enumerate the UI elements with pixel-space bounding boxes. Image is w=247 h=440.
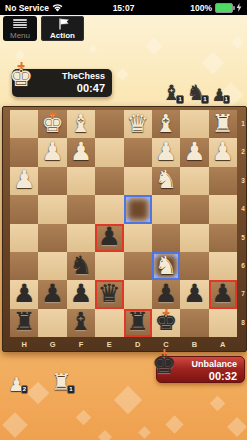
square-a2[interactable]: ♟ [209, 138, 237, 166]
square-b2[interactable]: ♟ [180, 138, 208, 166]
square-a3[interactable] [209, 167, 237, 195]
square-d5[interactable] [124, 224, 152, 252]
square-d1[interactable]: ♛ [124, 110, 152, 138]
chess-board: ♚♝♛♝♜♟♟♟♟♟♟♞♟♞♞♟♟♟♛♟♟♟♜♝♜♚ [10, 110, 237, 337]
square-g7[interactable]: ♟ [38, 280, 66, 308]
top-player-panel: ♚ TheChess 00:47 [12, 69, 112, 97]
background-diamond [76, 410, 92, 426]
square-f5[interactable] [67, 224, 95, 252]
background-diamond [165, 415, 183, 433]
piece-bN-f6[interactable]: ♞ [70, 253, 92, 278]
rank-label-3: 3 [238, 167, 247, 195]
captured-white-pieces-tray: ♟2♜1 [8, 352, 72, 394]
square-e8[interactable] [95, 309, 123, 337]
square-b1[interactable] [180, 110, 208, 138]
rank-label-4: 4 [238, 195, 247, 223]
square-f4[interactable] [67, 195, 95, 223]
square-h7[interactable]: ♟ [10, 280, 38, 308]
piece-wP-h3[interactable]: ♟ [13, 167, 35, 192]
square-c6[interactable]: ♞ [152, 252, 180, 280]
square-e1[interactable] [95, 110, 123, 138]
square-b3[interactable] [180, 167, 208, 195]
piece-bP-c7[interactable]: ♟ [155, 281, 177, 306]
piece-wN-c6[interactable]: ♞ [155, 253, 177, 278]
top-player-name: TheChess [62, 71, 105, 82]
piece-bQ-e7[interactable]: ♛ [98, 281, 120, 306]
square-d4[interactable] [124, 195, 152, 223]
square-a7[interactable]: ♟ [209, 280, 237, 308]
square-f3[interactable] [67, 167, 95, 195]
rank-label-5: 5 [238, 224, 247, 252]
square-g5[interactable] [38, 224, 66, 252]
square-c2[interactable]: ♟ [152, 138, 180, 166]
piece-bP-g7[interactable]: ♟ [41, 281, 63, 306]
square-h5[interactable] [10, 224, 38, 252]
square-c1[interactable]: ♝ [152, 110, 180, 138]
square-h8[interactable]: ♜ [10, 309, 38, 337]
background-diamond [146, 38, 163, 55]
square-a1[interactable]: ♜ [209, 110, 237, 138]
piece-wK-g1[interactable]: ♚ [41, 111, 63, 136]
king-cross-accent [18, 62, 25, 69]
piece-wP-b2[interactable]: ♟ [183, 139, 205, 164]
background-diamond [89, 45, 97, 53]
square-d7[interactable] [124, 280, 152, 308]
captured-count-badge: 1 [176, 95, 183, 104]
captured-black-pieces-tray: ♝1♞1♟1 [162, 68, 227, 104]
square-b4[interactable] [180, 195, 208, 223]
black-king-icon: ♚ [152, 350, 176, 377]
captured-wP: ♟2 [8, 375, 25, 394]
piece-wP-a2[interactable]: ♟ [212, 139, 234, 164]
square-e7[interactable]: ♛ [95, 280, 123, 308]
square-c7[interactable]: ♟ [152, 280, 180, 308]
square-g4[interactable] [38, 195, 66, 223]
captured-count-badge: 1 [223, 95, 230, 104]
square-g2[interactable]: ♟ [38, 138, 66, 166]
square-f2[interactable]: ♟ [67, 138, 95, 166]
captured-count-badge: 1 [201, 95, 208, 104]
captured-count-badge: 1 [67, 385, 74, 394]
square-c3[interactable]: ♞ [152, 167, 180, 195]
clock-time: 15:07 [0, 3, 247, 13]
battery-icon [215, 3, 233, 13]
top-player-clock: 00:47 [62, 82, 105, 94]
hamburger-icon [13, 19, 27, 28]
square-d2[interactable] [124, 138, 152, 166]
rank-label-1: 1 [238, 110, 247, 138]
piece-wB-f1[interactable]: ♝ [70, 111, 92, 136]
piece-bR-d8[interactable]: ♜ [126, 309, 148, 334]
background-diamond [210, 396, 226, 412]
piece-wQ-d1[interactable]: ♛ [126, 111, 148, 136]
square-d6[interactable] [124, 252, 152, 280]
file-label-A: A [209, 338, 237, 352]
square-c5[interactable] [152, 224, 180, 252]
square-d8[interactable]: ♜ [124, 309, 152, 337]
white-king-icon: ♚ [9, 63, 33, 90]
rank-label-6: 6 [238, 252, 247, 280]
bottom-player-panel: ♚ Unbalance 00:32 [156, 356, 245, 383]
captured-bP: ♟1 [212, 87, 227, 104]
file-label-B: B [180, 338, 208, 352]
king-cross-accent [49, 111, 56, 118]
file-label-E: E [95, 338, 123, 352]
file-label-F: F [67, 338, 95, 352]
square-e4[interactable] [95, 195, 123, 223]
file-label-D: D [124, 338, 152, 352]
piece-bK-c8[interactable]: ♚ [155, 309, 177, 334]
rank-label-2: 2 [238, 138, 247, 166]
piece-bP-b7[interactable]: ♟ [183, 281, 205, 306]
square-b6[interactable] [180, 252, 208, 280]
piece-bB-f8[interactable]: ♝ [70, 309, 92, 334]
chess-app-screen: No Service 15:07 100% Menu Action ♚ [0, 0, 247, 440]
piece-bP-a7[interactable]: ♟ [212, 281, 234, 306]
piece-bP-e5[interactable]: ♟ [98, 224, 120, 249]
square-h2[interactable] [10, 138, 38, 166]
menu-button-label: Menu [10, 31, 30, 40]
square-h4[interactable] [10, 195, 38, 223]
background-diamond [227, 417, 247, 437]
square-c4[interactable] [152, 195, 180, 223]
flag-icon [56, 18, 70, 30]
square-g1[interactable]: ♚ [38, 110, 66, 138]
king-cross-accent [163, 309, 170, 316]
square-b8[interactable] [180, 309, 208, 337]
square-g3[interactable] [38, 167, 66, 195]
background-diamond [114, 386, 142, 414]
captured-count-badge: 2 [21, 385, 28, 394]
square-c8[interactable]: ♚ [152, 309, 180, 337]
piece-bP-f7[interactable]: ♟ [70, 281, 92, 306]
background-diamond [15, 51, 25, 61]
chess-board-frame: ♚♝♛♝♜♟♟♟♟♟♟♞♟♞♞♟♟♟♛♟♟♟♜♝♜♚ 12345678 HGFE… [2, 106, 247, 352]
square-h6[interactable] [10, 252, 38, 280]
file-label-H: H [10, 338, 38, 352]
piece-wB-c1[interactable]: ♝ [155, 111, 177, 136]
square-a8[interactable] [209, 309, 237, 337]
rank-label-7: 7 [238, 280, 247, 308]
square-h1[interactable] [10, 110, 38, 138]
menu-button[interactable]: Menu [3, 16, 37, 41]
square-g8[interactable] [38, 309, 66, 337]
square-a6[interactable] [209, 252, 237, 280]
piece-wP-g2[interactable]: ♟ [41, 139, 63, 164]
rank-label-8: 8 [238, 309, 247, 337]
square-f8[interactable]: ♝ [67, 309, 95, 337]
square-f7[interactable]: ♟ [67, 280, 95, 308]
background-diamond [231, 36, 244, 49]
square-e6[interactable] [95, 252, 123, 280]
captured-wR: ♜1 [51, 371, 72, 394]
piece-wP-f2[interactable]: ♟ [70, 139, 92, 164]
background-diamond [2, 412, 27, 437]
piece-wP-c2[interactable]: ♟ [155, 139, 177, 164]
piece-bR-h8[interactable]: ♜ [13, 309, 35, 334]
square-e2[interactable] [95, 138, 123, 166]
square-h3[interactable]: ♟ [10, 167, 38, 195]
background-diamond [116, 68, 129, 81]
square-e5[interactable]: ♟ [95, 224, 123, 252]
square-e3[interactable] [95, 167, 123, 195]
square-b5[interactable] [180, 224, 208, 252]
bottom-player-clock: 00:32 [191, 370, 237, 382]
background-diamond [98, 430, 112, 440]
captured-bB: ♝1 [162, 83, 181, 104]
square-b7[interactable]: ♟ [180, 280, 208, 308]
square-a5[interactable] [209, 224, 237, 252]
bottom-player-name: Unbalance [191, 359, 237, 370]
piece-bP-h7[interactable]: ♟ [13, 281, 35, 306]
square-f1[interactable]: ♝ [67, 110, 95, 138]
square-f6[interactable]: ♞ [67, 252, 95, 280]
piece-wN-c3[interactable]: ♞ [155, 167, 177, 192]
background-diamond [138, 426, 151, 439]
square-d3[interactable] [124, 167, 152, 195]
action-button-label: Action [50, 31, 75, 40]
captured-bN: ♞1 [187, 83, 206, 104]
piece-wR-a1[interactable]: ♜ [212, 111, 234, 136]
action-button[interactable]: Action [41, 16, 84, 41]
square-g6[interactable] [38, 252, 66, 280]
file-label-G: G [38, 338, 66, 352]
file-label-C: C [152, 338, 180, 352]
status-bar: No Service 15:07 100% [0, 0, 247, 15]
square-a4[interactable] [209, 195, 237, 223]
